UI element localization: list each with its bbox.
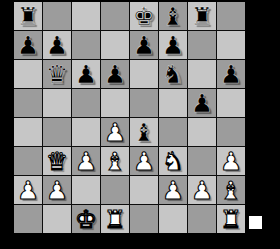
square-b1[interactable] (43, 205, 71, 233)
square-f4[interactable] (159, 118, 187, 146)
piece-white-pawn[interactable]: ♟ (104, 120, 126, 145)
square-f5[interactable] (159, 89, 187, 117)
square-h2[interactable]: ♝ (217, 176, 245, 204)
square-c4[interactable] (72, 118, 100, 146)
piece-black-pawn[interactable]: ♟ (220, 62, 242, 87)
square-a8[interactable]: ♜ (14, 2, 42, 30)
square-e3[interactable]: ♟ (130, 147, 158, 175)
piece-white-pawn[interactable]: ♟ (162, 178, 184, 203)
square-g2[interactable]: ♟ (188, 176, 216, 204)
square-c6[interactable]: ♟ (72, 60, 100, 88)
square-c5[interactable] (72, 89, 100, 117)
square-a7[interactable]: ♟ (14, 31, 42, 59)
square-h5[interactable] (217, 89, 245, 117)
square-d1[interactable]: ♜ (101, 205, 129, 233)
piece-white-pawn[interactable]: ♟ (220, 149, 242, 174)
square-f3[interactable]: ♞ (159, 147, 187, 175)
square-e4[interactable]: ♝ (130, 118, 158, 146)
square-d6[interactable]: ♟ (101, 60, 129, 88)
square-b2[interactable]: ♟ (43, 176, 71, 204)
piece-black-pawn[interactable]: ♟ (191, 91, 213, 116)
piece-black-pawn[interactable]: ♟ (104, 62, 126, 87)
square-d2[interactable] (101, 176, 129, 204)
square-f7[interactable]: ♟ (159, 31, 187, 59)
square-c2[interactable] (72, 176, 100, 204)
piece-black-pawn[interactable]: ♟ (17, 33, 39, 58)
square-e1[interactable] (130, 205, 158, 233)
square-e2[interactable] (130, 176, 158, 204)
square-g5[interactable]: ♟ (188, 89, 216, 117)
square-b8[interactable] (43, 2, 71, 30)
square-d5[interactable] (101, 89, 129, 117)
square-b5[interactable] (43, 89, 71, 117)
chess-board: ♜♚♝♜♟♟♟♟♛♟♟♞♟♟♟♝♛♟♝♟♞♟♟♟♟♟♝♚♜♜ (14, 2, 245, 233)
square-g1[interactable] (188, 205, 216, 233)
square-e5[interactable] (130, 89, 158, 117)
piece-black-pawn[interactable]: ♟ (133, 33, 155, 58)
square-g8[interactable]: ♜ (188, 2, 216, 30)
piece-white-rook[interactable]: ♜ (104, 207, 126, 232)
square-f2[interactable]: ♟ (159, 176, 187, 204)
square-b6[interactable]: ♛ (43, 60, 71, 88)
piece-white-knight[interactable]: ♞ (162, 149, 184, 174)
square-e8[interactable]: ♚ (130, 2, 158, 30)
white-to-move-indicator (249, 216, 262, 229)
piece-white-pawn[interactable]: ♟ (46, 178, 68, 203)
square-g7[interactable] (188, 31, 216, 59)
square-h6[interactable]: ♟ (217, 60, 245, 88)
square-f8[interactable]: ♝ (159, 2, 187, 30)
square-f6[interactable]: ♞ (159, 60, 187, 88)
square-c1[interactable]: ♚ (72, 205, 100, 233)
square-g6[interactable] (188, 60, 216, 88)
piece-white-bishop[interactable]: ♝ (104, 149, 126, 174)
piece-white-pawn[interactable]: ♟ (191, 178, 213, 203)
square-d3[interactable]: ♝ (101, 147, 129, 175)
piece-white-king[interactable]: ♚ (75, 207, 97, 232)
square-a5[interactable] (14, 89, 42, 117)
square-c7[interactable] (72, 31, 100, 59)
square-d8[interactable] (101, 2, 129, 30)
square-g3[interactable] (188, 147, 216, 175)
piece-black-bishop[interactable]: ♝ (133, 120, 155, 145)
square-a2[interactable]: ♟ (14, 176, 42, 204)
square-h4[interactable] (217, 118, 245, 146)
square-a3[interactable] (14, 147, 42, 175)
piece-black-bishop[interactable]: ♝ (162, 4, 184, 29)
square-a6[interactable] (14, 60, 42, 88)
square-d7[interactable] (101, 31, 129, 59)
piece-black-pawn[interactable]: ♟ (46, 33, 68, 58)
piece-black-knight[interactable]: ♞ (162, 62, 184, 87)
piece-white-bishop[interactable]: ♝ (220, 178, 242, 203)
square-e6[interactable] (130, 60, 158, 88)
square-b7[interactable]: ♟ (43, 31, 71, 59)
piece-black-queen[interactable]: ♛ (46, 62, 68, 87)
piece-black-rook[interactable]: ♜ (17, 4, 39, 29)
square-d4[interactable]: ♟ (101, 118, 129, 146)
square-f1[interactable] (159, 205, 187, 233)
square-h7[interactable] (217, 31, 245, 59)
square-g4[interactable] (188, 118, 216, 146)
square-a1[interactable] (14, 205, 42, 233)
square-h8[interactable] (217, 2, 245, 30)
square-c3[interactable]: ♟ (72, 147, 100, 175)
piece-white-pawn[interactable]: ♟ (75, 149, 97, 174)
square-h3[interactable]: ♟ (217, 147, 245, 175)
piece-black-rook[interactable]: ♜ (191, 4, 213, 29)
piece-black-king[interactable]: ♚ (133, 4, 155, 29)
square-c8[interactable] (72, 2, 100, 30)
piece-black-pawn[interactable]: ♟ (75, 62, 97, 87)
piece-white-pawn[interactable]: ♟ (17, 178, 39, 203)
square-a4[interactable] (14, 118, 42, 146)
square-b3[interactable]: ♛ (43, 147, 71, 175)
piece-white-queen[interactable]: ♛ (46, 149, 68, 174)
square-b4[interactable] (43, 118, 71, 146)
piece-white-rook[interactable]: ♜ (220, 207, 242, 232)
piece-white-pawn[interactable]: ♟ (133, 149, 155, 174)
square-e7[interactable]: ♟ (130, 31, 158, 59)
piece-black-pawn[interactable]: ♟ (162, 33, 184, 58)
square-h1[interactable]: ♜ (217, 205, 245, 233)
